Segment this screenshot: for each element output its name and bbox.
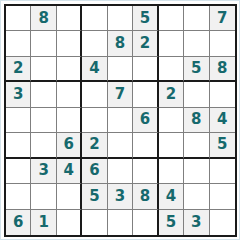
cell-r7c2[interactable]: 3 [31, 159, 56, 184]
cell-r6c6[interactable] [133, 133, 158, 158]
cell-r1c1[interactable] [6, 6, 31, 31]
cell-r3c7[interactable] [159, 57, 184, 82]
cell-r2c9[interactable] [210, 31, 235, 56]
cell-r1c4[interactable] [82, 6, 107, 31]
cell-r8c3[interactable] [57, 184, 82, 209]
cell-r2c1[interactable] [6, 31, 31, 56]
cell-r7c3[interactable]: 4 [57, 159, 82, 184]
cell-r7c7[interactable] [159, 159, 184, 184]
cell-r4c9[interactable] [210, 82, 235, 107]
cell-r4c2[interactable] [31, 82, 56, 107]
cell-r3c9[interactable]: 8 [210, 57, 235, 82]
cell-r1c7[interactable] [159, 6, 184, 31]
cell-r3c1[interactable]: 2 [6, 57, 31, 82]
cell-r3c3[interactable] [57, 57, 82, 82]
cell-r5c9[interactable]: 4 [210, 108, 235, 133]
cell-r8c7[interactable]: 4 [159, 184, 184, 209]
cell-r2c4[interactable] [82, 31, 107, 56]
cell-r8c4[interactable]: 5 [82, 184, 107, 209]
cell-r1c3[interactable] [57, 6, 82, 31]
cell-r4c3[interactable] [57, 82, 82, 107]
cell-r8c8[interactable] [184, 184, 209, 209]
cell-r9c8[interactable]: 3 [184, 210, 209, 235]
cell-r5c6[interactable]: 6 [133, 108, 158, 133]
cell-r6c9[interactable]: 5 [210, 133, 235, 158]
cell-r4c6[interactable] [133, 82, 158, 107]
cell-r6c4[interactable]: 2 [82, 133, 107, 158]
cell-r2c6[interactable]: 2 [133, 31, 158, 56]
cell-r7c4[interactable]: 6 [82, 159, 107, 184]
cell-r2c5[interactable]: 8 [108, 31, 133, 56]
cell-r4c7[interactable]: 2 [159, 82, 184, 107]
cell-r9c7[interactable]: 5 [159, 210, 184, 235]
cell-r8c5[interactable]: 3 [108, 184, 133, 209]
cell-r8c1[interactable] [6, 184, 31, 209]
cell-r8c2[interactable] [31, 184, 56, 209]
cell-r9c1[interactable]: 6 [6, 210, 31, 235]
cell-r3c4[interactable]: 4 [82, 57, 107, 82]
cell-r7c9[interactable] [210, 159, 235, 184]
cell-r5c7[interactable] [159, 108, 184, 133]
cell-r3c6[interactable] [133, 57, 158, 82]
cell-r7c6[interactable] [133, 159, 158, 184]
cell-r1c6[interactable]: 5 [133, 6, 158, 31]
cell-r6c7[interactable] [159, 133, 184, 158]
cell-r9c3[interactable] [57, 210, 82, 235]
cell-r2c7[interactable] [159, 31, 184, 56]
cell-r4c4[interactable] [82, 82, 107, 107]
cell-r2c8[interactable] [184, 31, 209, 56]
cell-r5c1[interactable] [6, 108, 31, 133]
cell-r8c9[interactable] [210, 184, 235, 209]
cell-r5c5[interactable] [108, 108, 133, 133]
cell-r9c9[interactable] [210, 210, 235, 235]
cell-r1c9[interactable]: 7 [210, 6, 235, 31]
cell-r5c4[interactable] [82, 108, 107, 133]
cell-r5c8[interactable]: 8 [184, 108, 209, 133]
cell-r1c5[interactable] [108, 6, 133, 31]
cell-r7c1[interactable] [6, 159, 31, 184]
cell-r6c8[interactable] [184, 133, 209, 158]
cell-r2c3[interactable] [57, 31, 82, 56]
cell-r7c8[interactable] [184, 159, 209, 184]
cell-r9c6[interactable] [133, 210, 158, 235]
cell-r7c5[interactable] [108, 159, 133, 184]
sudoku-page: 85782245837268462534653846153 [0, 0, 240, 240]
cell-r9c4[interactable] [82, 210, 107, 235]
cell-r6c5[interactable] [108, 133, 133, 158]
cell-r4c8[interactable] [184, 82, 209, 107]
cell-r5c2[interactable] [31, 108, 56, 133]
cell-r5c3[interactable] [57, 108, 82, 133]
cell-r6c3[interactable]: 6 [57, 133, 82, 158]
cell-r9c2[interactable]: 1 [31, 210, 56, 235]
cell-r6c1[interactable] [6, 133, 31, 158]
cell-r3c8[interactable]: 5 [184, 57, 209, 82]
cell-r2c2[interactable] [31, 31, 56, 56]
cell-r9c5[interactable] [108, 210, 133, 235]
cell-r6c2[interactable] [31, 133, 56, 158]
cell-r8c6[interactable]: 8 [133, 184, 158, 209]
cell-r1c2[interactable]: 8 [31, 6, 56, 31]
cell-r4c1[interactable]: 3 [6, 82, 31, 107]
cell-r3c2[interactable] [31, 57, 56, 82]
cell-r1c8[interactable] [184, 6, 209, 31]
cell-r3c5[interactable] [108, 57, 133, 82]
cell-r4c5[interactable]: 7 [108, 82, 133, 107]
sudoku-board: 85782245837268462534653846153 [4, 4, 237, 237]
